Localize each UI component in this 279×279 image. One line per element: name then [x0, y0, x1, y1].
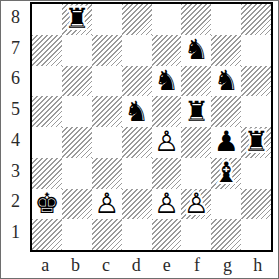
square-g1[interactable] — [211, 219, 241, 250]
rank-label-2: 2 — [1, 187, 30, 218]
square-b5[interactable] — [62, 96, 92, 127]
square-f3[interactable] — [181, 158, 211, 189]
square-g2[interactable] — [211, 189, 241, 220]
black-rook-glyph: ♜ — [64, 5, 89, 33]
square-b2[interactable] — [62, 189, 92, 220]
square-h7[interactable] — [241, 35, 271, 66]
square-a5[interactable] — [32, 96, 62, 127]
black-bishop-glyph: ♝ — [214, 159, 239, 187]
black-knight-glyph: ♞ — [214, 67, 239, 95]
rank-label-5: 5 — [1, 94, 30, 125]
square-d1[interactable] — [122, 219, 152, 250]
square-d5[interactable]: ♞♞ — [122, 96, 152, 127]
square-e3[interactable] — [152, 158, 182, 189]
white-pawn-glyph: ♙ — [154, 190, 179, 218]
square-f8[interactable] — [181, 4, 211, 35]
square-d6[interactable] — [122, 66, 152, 97]
piece-black-knight-d5[interactable]: ♞♞ — [122, 96, 152, 127]
piece-black-knight-f7[interactable]: ♞♞ — [181, 35, 211, 66]
rank-labels: 87654321 — [1, 2, 30, 248]
square-c2[interactable]: ♟♙ — [92, 189, 122, 220]
file-label-a: a — [30, 252, 60, 278]
square-g8[interactable] — [211, 4, 241, 35]
square-e4[interactable]: ♟♙ — [152, 127, 182, 158]
square-e1[interactable] — [152, 219, 182, 250]
square-c3[interactable] — [92, 158, 122, 189]
piece-white-pawn-c2[interactable]: ♟♙ — [92, 189, 122, 220]
square-h6[interactable] — [241, 66, 271, 97]
black-rook-glyph: ♜ — [184, 98, 209, 126]
white-pawn-glyph: ♙ — [94, 190, 119, 218]
square-e8[interactable] — [152, 4, 182, 35]
square-c1[interactable] — [92, 219, 122, 250]
square-d4[interactable] — [122, 127, 152, 158]
square-a1[interactable] — [32, 219, 62, 250]
square-c4[interactable] — [92, 127, 122, 158]
rank-label-6: 6 — [1, 64, 30, 95]
piece-black-knight-e6[interactable]: ♞♞ — [152, 66, 182, 97]
piece-black-rook-b8[interactable]: ♜♜ — [62, 4, 92, 35]
white-pawn-glyph: ♙ — [184, 190, 209, 218]
rank-label-8: 8 — [1, 2, 30, 33]
square-c5[interactable] — [92, 96, 122, 127]
square-e7[interactable] — [152, 35, 182, 66]
square-a6[interactable] — [32, 66, 62, 97]
file-label-g: g — [212, 252, 242, 278]
square-d8[interactable] — [122, 4, 152, 35]
square-b8[interactable]: ♜♜ — [62, 4, 92, 35]
black-pawn-glyph: ♟ — [214, 128, 239, 156]
square-f7[interactable]: ♞♞ — [181, 35, 211, 66]
square-h8[interactable] — [241, 4, 271, 35]
square-h5[interactable] — [241, 96, 271, 127]
file-label-h: h — [243, 252, 273, 278]
file-label-f: f — [182, 252, 212, 278]
square-e2[interactable]: ♟♙ — [152, 189, 182, 220]
square-a8[interactable] — [32, 4, 62, 35]
square-f5[interactable]: ♜♜ — [181, 96, 211, 127]
piece-black-king-a2[interactable]: ♚♚ — [32, 189, 62, 220]
file-label-b: b — [60, 252, 90, 278]
black-knight-glyph: ♞ — [184, 36, 209, 64]
square-h2[interactable] — [241, 189, 271, 220]
piece-black-pawn-g4[interactable]: ♟♟ — [211, 127, 241, 158]
square-c6[interactable] — [92, 66, 122, 97]
square-d7[interactable] — [122, 35, 152, 66]
square-e6[interactable]: ♞♞ — [152, 66, 182, 97]
piece-black-rook-f5[interactable]: ♜♜ — [181, 96, 211, 127]
square-g3[interactable]: ♝♝ — [211, 158, 241, 189]
white-pawn-glyph: ♙ — [154, 128, 179, 156]
square-c8[interactable] — [92, 4, 122, 35]
square-d2[interactable] — [122, 189, 152, 220]
square-a4[interactable] — [32, 127, 62, 158]
square-b4[interactable] — [62, 127, 92, 158]
square-b7[interactable] — [62, 35, 92, 66]
piece-black-bishop-g3[interactable]: ♝♝ — [211, 158, 241, 189]
chess-board: ♜♜♞♞♞♞♞♞♞♞♜♜♟♙♟♟♜♜♝♝♚♚♟♙♟♙♟♙ — [30, 2, 273, 252]
square-f6[interactable] — [181, 66, 211, 97]
square-b1[interactable] — [62, 219, 92, 250]
chess-diagram: 87654321 ♜♜♞♞♞♞♞♞♞♞♜♜♟♙♟♟♜♜♝♝♚♚♟♙♟♙♟♙ ab… — [0, 0, 279, 279]
piece-black-rook-h4[interactable]: ♜♜ — [241, 127, 271, 158]
square-b3[interactable] — [62, 158, 92, 189]
square-e5[interactable] — [152, 96, 182, 127]
rank-label-1: 1 — [1, 217, 30, 248]
square-h4[interactable]: ♜♜ — [241, 127, 271, 158]
square-f2[interactable]: ♟♙ — [181, 189, 211, 220]
square-c7[interactable] — [92, 35, 122, 66]
square-a3[interactable] — [32, 158, 62, 189]
rank-label-4: 4 — [1, 125, 30, 156]
square-a7[interactable] — [32, 35, 62, 66]
square-f1[interactable] — [181, 219, 211, 250]
rank-label-3: 3 — [1, 156, 30, 187]
square-d3[interactable] — [122, 158, 152, 189]
black-knight-glyph: ♞ — [154, 67, 179, 95]
piece-white-pawn-e2[interactable]: ♟♙ — [152, 189, 182, 220]
black-knight-glyph: ♞ — [124, 98, 149, 126]
square-h1[interactable] — [241, 219, 271, 250]
square-g6[interactable]: ♞♞ — [211, 66, 241, 97]
square-g5[interactable] — [211, 96, 241, 127]
file-labels: abcdefgh — [30, 252, 273, 278]
square-g4[interactable]: ♟♟ — [211, 127, 241, 158]
square-a2[interactable]: ♚♚ — [32, 189, 62, 220]
file-label-c: c — [91, 252, 121, 278]
piece-white-pawn-e4[interactable]: ♟♙ — [152, 127, 182, 158]
square-h3[interactable] — [241, 158, 271, 189]
rank-label-7: 7 — [1, 33, 30, 64]
piece-white-pawn-f2[interactable]: ♟♙ — [181, 189, 211, 220]
square-g7[interactable] — [211, 35, 241, 66]
file-label-d: d — [121, 252, 151, 278]
piece-black-knight-g6[interactable]: ♞♞ — [211, 66, 241, 97]
square-b6[interactable] — [62, 66, 92, 97]
square-f4[interactable] — [181, 127, 211, 158]
black-rook-glyph: ♜ — [244, 128, 269, 156]
black-king-glyph: ♚ — [34, 190, 59, 218]
file-label-e: e — [152, 252, 182, 278]
